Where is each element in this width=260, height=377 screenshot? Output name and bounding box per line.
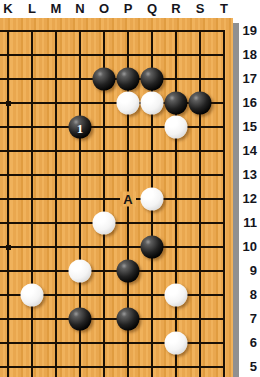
grid-line-col-l (31, 30, 33, 377)
point-label-a[interactable]: A (120, 192, 136, 207)
grid-line-col-k (7, 30, 9, 377)
grid-line-row-12 (0, 198, 225, 200)
row-label-19: 19 (238, 23, 257, 39)
row-label-8: 8 (238, 287, 257, 303)
black-stone-p17[interactable] (117, 68, 140, 91)
black-stone-n7[interactable] (69, 308, 92, 331)
column-label-l: L (23, 0, 41, 18)
column-label-t: T (215, 0, 233, 18)
grid-line-row-6 (0, 342, 225, 344)
white-stone-r8[interactable] (165, 284, 188, 307)
column-label-p: P (119, 0, 137, 18)
star-point-k16 (6, 101, 11, 106)
board-shadow (233, 23, 239, 377)
row-label-11: 11 (238, 215, 257, 231)
grid-line-col-r (175, 30, 177, 377)
row-label-17: 17 (238, 71, 257, 87)
row-label-12: 12 (238, 191, 257, 207)
go-diagram: KLMNOPQRST 1918171615141312111098765 1A (0, 0, 260, 377)
row-label-10: 10 (238, 239, 257, 255)
white-stone-p16[interactable] (117, 92, 140, 115)
grid-line-row-5 (0, 366, 225, 368)
white-stone-l8[interactable] (21, 284, 44, 307)
black-stone-o17[interactable] (93, 68, 116, 91)
row-label-13: 13 (238, 167, 257, 183)
grid-line-row-19 (0, 30, 225, 32)
grid-line-row-13 (0, 174, 225, 176)
column-label-k: K (0, 0, 17, 18)
grid-line-row-14 (0, 150, 225, 152)
row-label-9: 9 (238, 263, 257, 279)
white-stone-r6[interactable] (165, 332, 188, 355)
column-label-q: Q (143, 0, 161, 18)
grid-line-col-s (199, 30, 201, 377)
black-stone-p9[interactable] (117, 260, 140, 283)
column-label-o: O (95, 0, 113, 18)
column-label-n: N (71, 0, 89, 18)
grid-line-row-10 (0, 246, 225, 248)
column-label-s: S (191, 0, 209, 18)
row-label-7: 7 (238, 311, 257, 327)
white-stone-q16[interactable] (141, 92, 164, 115)
black-stone-q10[interactable] (141, 236, 164, 259)
black-stone-p7[interactable] (117, 308, 140, 331)
column-labels: KLMNOPQRST (0, 0, 233, 18)
row-label-15: 15 (238, 119, 257, 135)
grid-line-row-9 (0, 270, 225, 272)
column-label-r: R (167, 0, 185, 18)
white-stone-r15[interactable] (165, 116, 188, 139)
row-label-5: 5 (238, 359, 257, 375)
black-stone-s16[interactable] (189, 92, 212, 115)
row-label-6: 6 (238, 335, 257, 351)
row-label-16: 16 (238, 95, 257, 111)
star-point-k10 (6, 245, 11, 250)
move-number-label-1: 1 (77, 122, 84, 135)
white-stone-o11[interactable] (93, 212, 116, 235)
grid-line-row-7 (0, 318, 225, 320)
black-stone-r16[interactable] (165, 92, 188, 115)
row-label-18: 18 (238, 47, 257, 63)
row-label-14: 14 (238, 143, 257, 159)
grid-line-row-15 (0, 126, 225, 128)
column-label-m: M (47, 0, 65, 18)
go-board[interactable]: 1A (0, 18, 233, 377)
white-stone-q12[interactable] (141, 188, 164, 211)
white-stone-n9[interactable] (69, 260, 92, 283)
black-stone-q17[interactable] (141, 68, 164, 91)
grid-line-col-t (223, 30, 225, 377)
grid-line-col-m (55, 30, 57, 377)
grid-line-row-18 (0, 54, 225, 56)
